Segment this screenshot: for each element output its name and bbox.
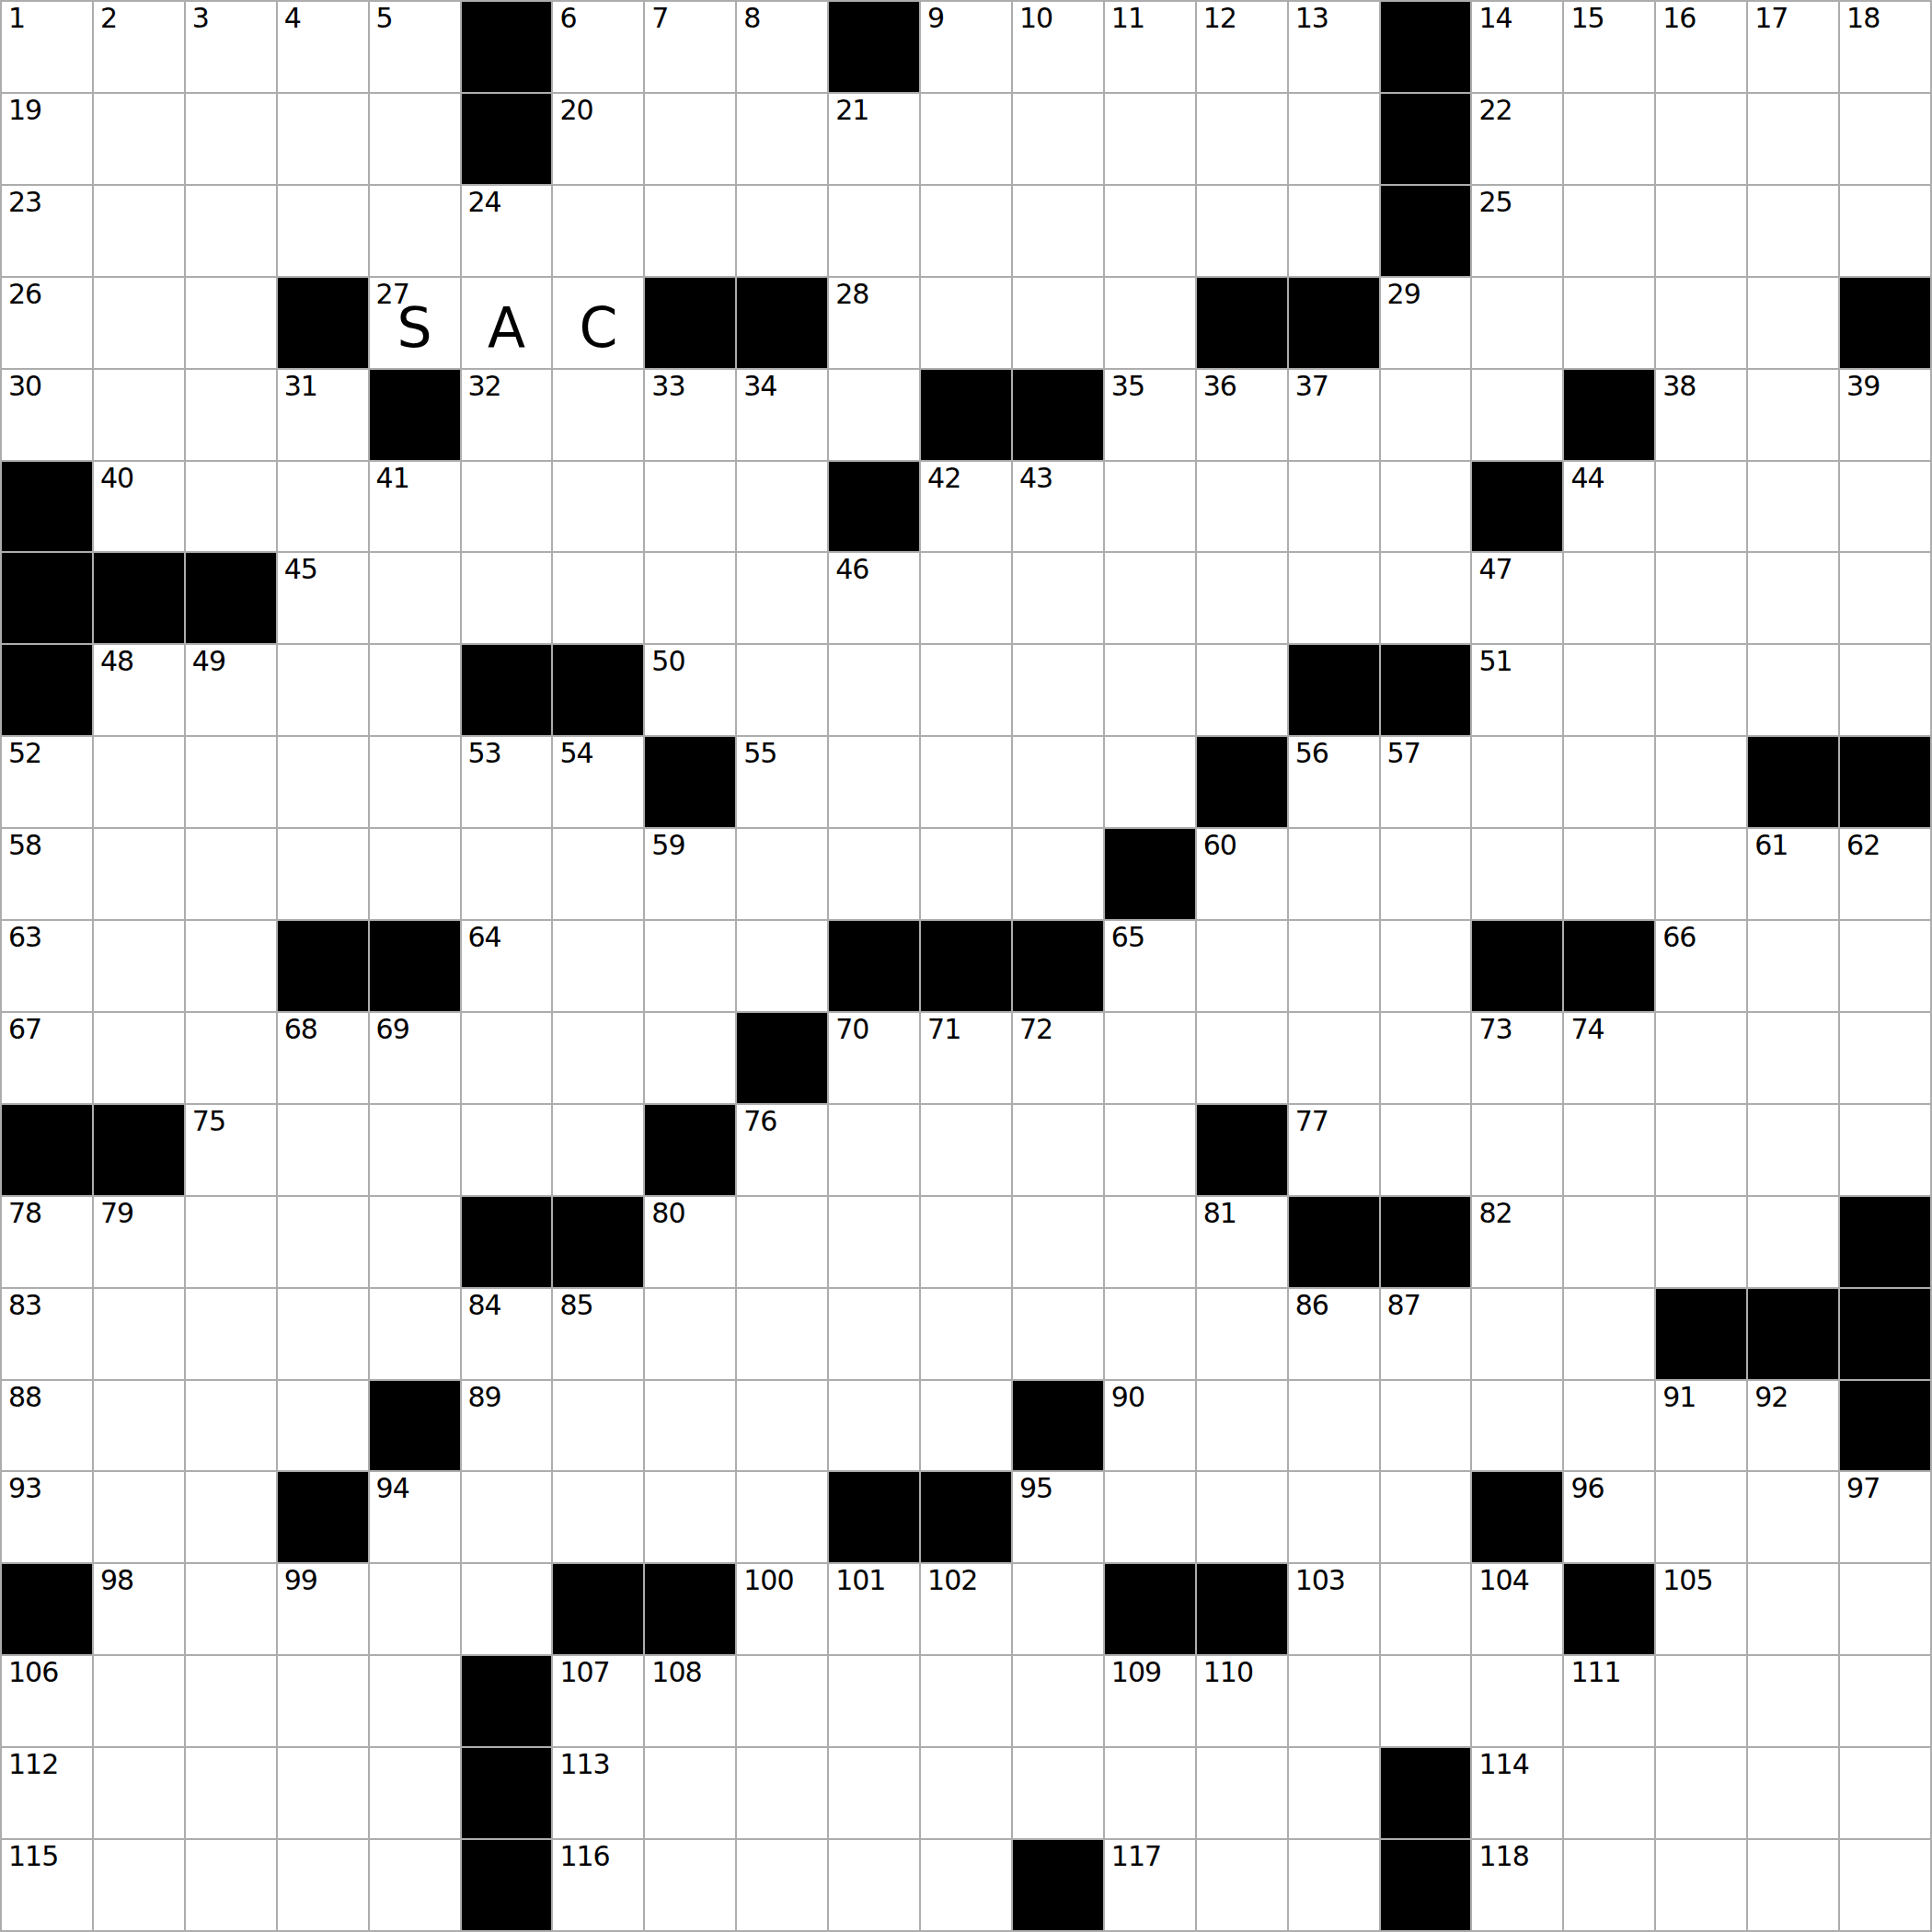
cell-r19c7[interactable]: 107: [553, 1656, 643, 1746]
cell-r3c13[interactable]: [1105, 186, 1195, 276]
cell-r11c6[interactable]: 64: [462, 921, 552, 1011]
cell-r5c17[interactable]: [1472, 370, 1562, 460]
cell-r14c2[interactable]: 79: [94, 1197, 184, 1287]
cell-r14c18[interactable]: [1564, 1197, 1654, 1287]
cell-r16c9[interactable]: [737, 1381, 827, 1471]
cell-r9c11[interactable]: [921, 737, 1011, 827]
cell-r20c14[interactable]: [1197, 1748, 1287, 1838]
cell-r16c6[interactable]: 89: [462, 1381, 552, 1471]
cell-r14c9[interactable]: [737, 1197, 827, 1287]
cell-r6c16[interactable]: [1381, 462, 1471, 552]
cell-r20c11[interactable]: [921, 1748, 1011, 1838]
cell-r17c19[interactable]: [1656, 1472, 1746, 1562]
cell-r21c1[interactable]: 115: [2, 1840, 92, 1930]
cell-r1c20[interactable]: 17: [1748, 2, 1838, 92]
cell-r19c21[interactable]: [1840, 1656, 1930, 1746]
cell-r15c5[interactable]: [370, 1289, 460, 1379]
cell-r20c4[interactable]: [278, 1748, 368, 1838]
cell-r7c9[interactable]: [737, 553, 827, 643]
cell-r15c18[interactable]: [1564, 1289, 1654, 1379]
cell-r5c4[interactable]: 31: [278, 370, 368, 460]
cell-r18c21[interactable]: [1840, 1564, 1930, 1654]
cell-r10c17[interactable]: [1472, 829, 1562, 919]
cell-r8c2[interactable]: 48: [94, 645, 184, 735]
cell-r16c15[interactable]: [1289, 1381, 1379, 1471]
cell-r21c4[interactable]: [278, 1840, 368, 1930]
cell-r2c19[interactable]: [1656, 94, 1746, 184]
cell-r19c5[interactable]: [370, 1656, 460, 1746]
cell-r9c15[interactable]: 56: [1289, 737, 1379, 827]
cell-r6c21[interactable]: [1840, 462, 1930, 552]
cell-r1c9[interactable]: 8: [737, 2, 827, 92]
cell-r8c9[interactable]: [737, 645, 827, 735]
cell-r12c3[interactable]: [186, 1013, 276, 1103]
cell-r10c16[interactable]: [1381, 829, 1471, 919]
cell-r1c12[interactable]: 10: [1013, 2, 1103, 92]
cell-r15c4[interactable]: [278, 1289, 368, 1379]
cell-r5c6[interactable]: 32: [462, 370, 552, 460]
cell-r4c5[interactable]: 27S: [370, 278, 460, 368]
cell-r14c17[interactable]: 82: [1472, 1197, 1562, 1287]
cell-r20c12[interactable]: [1013, 1748, 1103, 1838]
cell-r12c1[interactable]: 67: [2, 1013, 92, 1103]
cell-r3c6[interactable]: 24: [462, 186, 552, 276]
cell-r7c7[interactable]: [553, 553, 643, 643]
cell-r15c10[interactable]: [829, 1289, 919, 1379]
cell-r1c21[interactable]: 18: [1840, 2, 1930, 92]
cell-r18c6[interactable]: [462, 1564, 552, 1654]
cell-r11c2[interactable]: [94, 921, 184, 1011]
cell-r12c16[interactable]: [1381, 1013, 1471, 1103]
cell-r20c7[interactable]: 113: [553, 1748, 643, 1838]
cell-r10c14[interactable]: 60: [1197, 829, 1287, 919]
cell-r16c1[interactable]: 88: [2, 1381, 92, 1471]
cell-r10c20[interactable]: 61: [1748, 829, 1838, 919]
cell-r4c6[interactable]: A: [462, 278, 552, 368]
cell-r21c9[interactable]: [737, 1840, 827, 1930]
cell-r2c8[interactable]: [645, 94, 735, 184]
cell-r13c3[interactable]: 75: [186, 1105, 276, 1195]
cell-r7c16[interactable]: [1381, 553, 1471, 643]
cell-r9c2[interactable]: [94, 737, 184, 827]
cell-r17c3[interactable]: [186, 1472, 276, 1562]
cell-r19c1[interactable]: 106: [2, 1656, 92, 1746]
cell-r20c8[interactable]: [645, 1748, 735, 1838]
cell-r15c9[interactable]: [737, 1289, 827, 1379]
cell-r12c4[interactable]: 68: [278, 1013, 368, 1103]
cell-r10c4[interactable]: [278, 829, 368, 919]
cell-r17c15[interactable]: [1289, 1472, 1379, 1562]
cell-r10c5[interactable]: [370, 829, 460, 919]
cell-r2c17[interactable]: 22: [1472, 94, 1562, 184]
cell-r16c11[interactable]: [921, 1381, 1011, 1471]
cell-r4c12[interactable]: [1013, 278, 1103, 368]
cell-r15c7[interactable]: 85: [553, 1289, 643, 1379]
cell-r2c2[interactable]: [94, 94, 184, 184]
cell-r1c2[interactable]: 2: [94, 2, 184, 92]
cell-r11c14[interactable]: [1197, 921, 1287, 1011]
cell-r14c14[interactable]: 81: [1197, 1197, 1287, 1287]
cell-r12c10[interactable]: 70: [829, 1013, 919, 1103]
cell-r7c20[interactable]: [1748, 553, 1838, 643]
cell-r6c19[interactable]: [1656, 462, 1746, 552]
cell-r4c3[interactable]: [186, 278, 276, 368]
cell-r6c18[interactable]: 44: [1564, 462, 1654, 552]
cell-r9c17[interactable]: [1472, 737, 1562, 827]
cell-r8c18[interactable]: [1564, 645, 1654, 735]
cell-r11c8[interactable]: [645, 921, 735, 1011]
cell-r20c13[interactable]: [1105, 1748, 1195, 1838]
cell-r19c2[interactable]: [94, 1656, 184, 1746]
cell-r19c12[interactable]: [1013, 1656, 1103, 1746]
cell-r20c15[interactable]: [1289, 1748, 1379, 1838]
cell-r2c3[interactable]: [186, 94, 276, 184]
cell-r17c2[interactable]: [94, 1472, 184, 1562]
cell-r2c20[interactable]: [1748, 94, 1838, 184]
cell-r10c6[interactable]: [462, 829, 552, 919]
cell-r3c8[interactable]: [645, 186, 735, 276]
cell-r2c21[interactable]: [1840, 94, 1930, 184]
cell-r21c10[interactable]: [829, 1840, 919, 1930]
cell-r3c19[interactable]: [1656, 186, 1746, 276]
cell-r3c10[interactable]: [829, 186, 919, 276]
cell-r9c13[interactable]: [1105, 737, 1195, 827]
cell-r19c3[interactable]: [186, 1656, 276, 1746]
cell-r14c3[interactable]: [186, 1197, 276, 1287]
cell-r15c15[interactable]: 86: [1289, 1289, 1379, 1379]
cell-r6c20[interactable]: [1748, 462, 1838, 552]
cell-r12c20[interactable]: [1748, 1013, 1838, 1103]
cell-r6c3[interactable]: [186, 462, 276, 552]
cell-r6c5[interactable]: 41: [370, 462, 460, 552]
cell-r1c1[interactable]: 1: [2, 2, 92, 92]
cell-r9c18[interactable]: [1564, 737, 1654, 827]
cell-r11c1[interactable]: 63: [2, 921, 92, 1011]
cell-r5c10[interactable]: [829, 370, 919, 460]
cell-r12c14[interactable]: [1197, 1013, 1287, 1103]
cell-r3c18[interactable]: [1564, 186, 1654, 276]
cell-r21c14[interactable]: [1197, 1840, 1287, 1930]
cell-r11c21[interactable]: [1840, 921, 1930, 1011]
cell-r19c16[interactable]: [1381, 1656, 1471, 1746]
cell-r8c8[interactable]: 50: [645, 645, 735, 735]
cell-r12c13[interactable]: [1105, 1013, 1195, 1103]
cell-r6c2[interactable]: 40: [94, 462, 184, 552]
cell-r1c11[interactable]: 9: [921, 2, 1011, 92]
cell-r1c3[interactable]: 3: [186, 2, 276, 92]
cell-r21c13[interactable]: 117: [1105, 1840, 1195, 1930]
cell-r8c3[interactable]: 49: [186, 645, 276, 735]
cell-r12c21[interactable]: [1840, 1013, 1930, 1103]
cell-r5c13[interactable]: 35: [1105, 370, 1195, 460]
cell-r16c2[interactable]: [94, 1381, 184, 1471]
cell-r21c17[interactable]: 118: [1472, 1840, 1562, 1930]
cell-r17c1[interactable]: 93: [2, 1472, 92, 1562]
cell-r4c20[interactable]: [1748, 278, 1838, 368]
cell-r9c16[interactable]: 57: [1381, 737, 1471, 827]
cell-r15c11[interactable]: [921, 1289, 1011, 1379]
cell-r5c16[interactable]: [1381, 370, 1471, 460]
cell-r13c6[interactable]: [462, 1105, 552, 1195]
cell-r10c8[interactable]: 59: [645, 829, 735, 919]
cell-r18c19[interactable]: 105: [1656, 1564, 1746, 1654]
cell-r12c8[interactable]: [645, 1013, 735, 1103]
cell-r21c19[interactable]: [1656, 1840, 1746, 1930]
cell-r6c6[interactable]: [462, 462, 552, 552]
cell-r12c19[interactable]: [1656, 1013, 1746, 1103]
cell-r9c10[interactable]: [829, 737, 919, 827]
cell-r19c14[interactable]: 110: [1197, 1656, 1287, 1746]
cell-r2c11[interactable]: [921, 94, 1011, 184]
cell-r16c16[interactable]: [1381, 1381, 1471, 1471]
cell-r8c14[interactable]: [1197, 645, 1287, 735]
cell-r13c12[interactable]: [1013, 1105, 1103, 1195]
cell-r5c15[interactable]: 37: [1289, 370, 1379, 460]
cell-r13c13[interactable]: [1105, 1105, 1195, 1195]
cell-r7c10[interactable]: 46: [829, 553, 919, 643]
cell-r20c18[interactable]: [1564, 1748, 1654, 1838]
cell-r21c3[interactable]: [186, 1840, 276, 1930]
cell-r8c10[interactable]: [829, 645, 919, 735]
cell-r9c4[interactable]: [278, 737, 368, 827]
cell-r12c5[interactable]: 69: [370, 1013, 460, 1103]
cell-r19c4[interactable]: [278, 1656, 368, 1746]
cell-r20c3[interactable]: [186, 1748, 276, 1838]
cell-r6c8[interactable]: [645, 462, 735, 552]
cell-r8c21[interactable]: [1840, 645, 1930, 735]
cell-r18c16[interactable]: [1381, 1564, 1471, 1654]
cell-r20c2[interactable]: [94, 1748, 184, 1838]
cell-r9c19[interactable]: [1656, 737, 1746, 827]
cell-r18c5[interactable]: [370, 1564, 460, 1654]
cell-r1c17[interactable]: 14: [1472, 2, 1562, 92]
cell-r1c19[interactable]: 16: [1656, 2, 1746, 92]
cell-r3c7[interactable]: [553, 186, 643, 276]
cell-r21c15[interactable]: [1289, 1840, 1379, 1930]
cell-r9c9[interactable]: 55: [737, 737, 827, 827]
cell-r1c14[interactable]: 12: [1197, 2, 1287, 92]
cell-r5c20[interactable]: [1748, 370, 1838, 460]
cell-r17c16[interactable]: [1381, 1472, 1471, 1562]
cell-r7c19[interactable]: [1656, 553, 1746, 643]
cell-r17c5[interactable]: 94: [370, 1472, 460, 1562]
cell-r19c11[interactable]: [921, 1656, 1011, 1746]
cell-r20c19[interactable]: [1656, 1748, 1746, 1838]
cell-r15c1[interactable]: 83: [2, 1289, 92, 1379]
cell-r6c4[interactable]: [278, 462, 368, 552]
cell-r4c7[interactable]: C: [553, 278, 643, 368]
cell-r14c8[interactable]: 80: [645, 1197, 735, 1287]
cell-r1c4[interactable]: 4: [278, 2, 368, 92]
cell-r17c18[interactable]: 96: [1564, 1472, 1654, 1562]
cell-r18c17[interactable]: 104: [1472, 1564, 1562, 1654]
cell-r2c7[interactable]: 20: [553, 94, 643, 184]
cell-r6c14[interactable]: [1197, 462, 1287, 552]
cell-r9c12[interactable]: [1013, 737, 1103, 827]
cell-r14c1[interactable]: 78: [2, 1197, 92, 1287]
cell-r13c17[interactable]: [1472, 1105, 1562, 1195]
cell-r2c18[interactable]: [1564, 94, 1654, 184]
cell-r9c6[interactable]: 53: [462, 737, 552, 827]
cell-r10c11[interactable]: [921, 829, 1011, 919]
cell-r17c20[interactable]: [1748, 1472, 1838, 1562]
cell-r4c17[interactable]: [1472, 278, 1562, 368]
cell-r18c4[interactable]: 99: [278, 1564, 368, 1654]
cell-r5c21[interactable]: 39: [1840, 370, 1930, 460]
cell-r9c7[interactable]: 54: [553, 737, 643, 827]
cell-r15c6[interactable]: 84: [462, 1289, 552, 1379]
cell-r20c5[interactable]: [370, 1748, 460, 1838]
cell-r1c13[interactable]: 11: [1105, 2, 1195, 92]
cell-r7c5[interactable]: [370, 553, 460, 643]
cell-r3c20[interactable]: [1748, 186, 1838, 276]
cell-r2c10[interactable]: 21: [829, 94, 919, 184]
cell-r4c13[interactable]: [1105, 278, 1195, 368]
cell-r17c14[interactable]: [1197, 1472, 1287, 1562]
cell-r5c8[interactable]: 33: [645, 370, 735, 460]
cell-r19c10[interactable]: [829, 1656, 919, 1746]
cell-r15c8[interactable]: [645, 1289, 735, 1379]
cell-r19c15[interactable]: [1289, 1656, 1379, 1746]
cell-r4c18[interactable]: [1564, 278, 1654, 368]
cell-r12c15[interactable]: [1289, 1013, 1379, 1103]
cell-r15c16[interactable]: 87: [1381, 1289, 1471, 1379]
cell-r18c10[interactable]: 101: [829, 1564, 919, 1654]
cell-r19c20[interactable]: [1748, 1656, 1838, 1746]
cell-r3c12[interactable]: [1013, 186, 1103, 276]
cell-r14c19[interactable]: [1656, 1197, 1746, 1287]
cell-r16c4[interactable]: [278, 1381, 368, 1471]
cell-r16c3[interactable]: [186, 1381, 276, 1471]
cell-r18c2[interactable]: 98: [94, 1564, 184, 1654]
cell-r10c1[interactable]: 58: [2, 829, 92, 919]
cell-r2c5[interactable]: [370, 94, 460, 184]
cell-r2c12[interactable]: [1013, 94, 1103, 184]
cell-r15c3[interactable]: [186, 1289, 276, 1379]
cell-r21c2[interactable]: [94, 1840, 184, 1930]
cell-r21c18[interactable]: [1564, 1840, 1654, 1930]
cell-r4c10[interactable]: 28: [829, 278, 919, 368]
cell-r11c3[interactable]: [186, 921, 276, 1011]
cell-r1c15[interactable]: 13: [1289, 2, 1379, 92]
cell-r5c1[interactable]: 30: [2, 370, 92, 460]
cell-r8c4[interactable]: [278, 645, 368, 735]
cell-r11c13[interactable]: 65: [1105, 921, 1195, 1011]
cell-r5c2[interactable]: [94, 370, 184, 460]
cell-r3c9[interactable]: [737, 186, 827, 276]
cell-r13c19[interactable]: [1656, 1105, 1746, 1195]
cell-r11c15[interactable]: [1289, 921, 1379, 1011]
cell-r11c9[interactable]: [737, 921, 827, 1011]
cell-r2c14[interactable]: [1197, 94, 1287, 184]
cell-r10c7[interactable]: [553, 829, 643, 919]
cell-r13c10[interactable]: [829, 1105, 919, 1195]
cell-r1c8[interactable]: 7: [645, 2, 735, 92]
cell-r7c17[interactable]: 47: [1472, 553, 1562, 643]
cell-r5c3[interactable]: [186, 370, 276, 460]
cell-r7c21[interactable]: [1840, 553, 1930, 643]
cell-r6c7[interactable]: [553, 462, 643, 552]
cell-r18c12[interactable]: [1013, 1564, 1103, 1654]
cell-r10c2[interactable]: [94, 829, 184, 919]
cell-r20c17[interactable]: 114: [1472, 1748, 1562, 1838]
cell-r12c7[interactable]: [553, 1013, 643, 1103]
cell-r12c11[interactable]: 71: [921, 1013, 1011, 1103]
cell-r13c9[interactable]: 76: [737, 1105, 827, 1195]
cell-r1c7[interactable]: 6: [553, 2, 643, 92]
cell-r13c11[interactable]: [921, 1105, 1011, 1195]
cell-r19c8[interactable]: 108: [645, 1656, 735, 1746]
cell-r4c1[interactable]: 26: [2, 278, 92, 368]
cell-r12c6[interactable]: [462, 1013, 552, 1103]
cell-r9c3[interactable]: [186, 737, 276, 827]
cell-r8c12[interactable]: [1013, 645, 1103, 735]
cell-r7c12[interactable]: [1013, 553, 1103, 643]
cell-r5c14[interactable]: 36: [1197, 370, 1287, 460]
cell-r10c21[interactable]: 62: [1840, 829, 1930, 919]
cell-r10c18[interactable]: [1564, 829, 1654, 919]
cell-r3c5[interactable]: [370, 186, 460, 276]
cell-r4c2[interactable]: [94, 278, 184, 368]
cell-r6c15[interactable]: [1289, 462, 1379, 552]
cell-r10c10[interactable]: [829, 829, 919, 919]
cell-r10c19[interactable]: [1656, 829, 1746, 919]
cell-r7c11[interactable]: [921, 553, 1011, 643]
cell-r19c13[interactable]: 109: [1105, 1656, 1195, 1746]
cell-r9c5[interactable]: [370, 737, 460, 827]
cell-r21c20[interactable]: [1748, 1840, 1838, 1930]
cell-r5c9[interactable]: 34: [737, 370, 827, 460]
cell-r16c14[interactable]: [1197, 1381, 1287, 1471]
cell-r14c13[interactable]: [1105, 1197, 1195, 1287]
cell-r21c5[interactable]: [370, 1840, 460, 1930]
cell-r18c9[interactable]: 100: [737, 1564, 827, 1654]
cell-r20c20[interactable]: [1748, 1748, 1838, 1838]
cell-r16c17[interactable]: [1472, 1381, 1562, 1471]
cell-r21c11[interactable]: [921, 1840, 1011, 1930]
cell-r12c17[interactable]: 73: [1472, 1013, 1562, 1103]
cell-r8c19[interactable]: [1656, 645, 1746, 735]
cell-r17c21[interactable]: 97: [1840, 1472, 1930, 1562]
cell-r14c5[interactable]: [370, 1197, 460, 1287]
cell-r12c12[interactable]: 72: [1013, 1013, 1103, 1103]
cell-r16c7[interactable]: [553, 1381, 643, 1471]
cell-r15c13[interactable]: [1105, 1289, 1195, 1379]
cell-r9c1[interactable]: 52: [2, 737, 92, 827]
cell-r13c20[interactable]: [1748, 1105, 1838, 1195]
cell-r19c18[interactable]: 111: [1564, 1656, 1654, 1746]
cell-r17c9[interactable]: [737, 1472, 827, 1562]
cell-r3c17[interactable]: 25: [1472, 186, 1562, 276]
cell-r7c14[interactable]: [1197, 553, 1287, 643]
cell-r11c16[interactable]: [1381, 921, 1471, 1011]
cell-r3c2[interactable]: [94, 186, 184, 276]
cell-r2c15[interactable]: [1289, 94, 1379, 184]
cell-r14c20[interactable]: [1748, 1197, 1838, 1287]
cell-r7c18[interactable]: [1564, 553, 1654, 643]
cell-r13c21[interactable]: [1840, 1105, 1930, 1195]
cell-r15c2[interactable]: [94, 1289, 184, 1379]
cell-r6c12[interactable]: 43: [1013, 462, 1103, 552]
cell-r8c5[interactable]: [370, 645, 460, 735]
cell-r15c17[interactable]: [1472, 1289, 1562, 1379]
cell-r13c5[interactable]: [370, 1105, 460, 1195]
cell-r8c20[interactable]: [1748, 645, 1838, 735]
cell-r16c13[interactable]: 90: [1105, 1381, 1195, 1471]
cell-r6c13[interactable]: [1105, 462, 1195, 552]
cell-r3c1[interactable]: 23: [2, 186, 92, 276]
cell-r5c19[interactable]: 38: [1656, 370, 1746, 460]
